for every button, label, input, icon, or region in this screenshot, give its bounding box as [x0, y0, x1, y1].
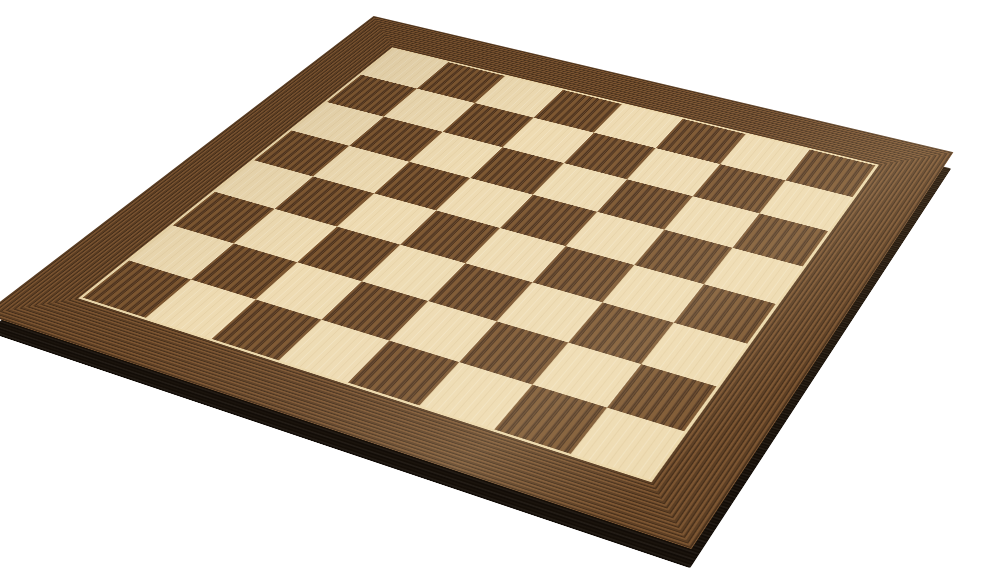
- square-a6: [292, 102, 384, 146]
- square-c5: [374, 162, 470, 211]
- square-c7: [443, 103, 534, 147]
- square-d5: [436, 178, 533, 228]
- square-a4: [215, 160, 313, 209]
- square-h7: [759, 180, 852, 230]
- square-a7: [327, 75, 417, 117]
- square-e6: [533, 163, 628, 212]
- square-e7: [564, 133, 656, 179]
- square-f7: [627, 148, 719, 196]
- square-f8: [656, 119, 745, 164]
- square-b7: [384, 89, 474, 132]
- square-d8: [533, 90, 622, 133]
- square-f6: [598, 179, 693, 229]
- square-b8: [417, 62, 505, 103]
- square-b6: [350, 117, 443, 162]
- product-photo-scene: [0, 0, 984, 585]
- square-a8: [361, 49, 448, 89]
- square-b5: [313, 146, 409, 193]
- chess-board: [0, 16, 954, 549]
- square-d6: [470, 147, 564, 195]
- square-c8: [474, 76, 562, 118]
- board-frame-top: [347, 16, 954, 179]
- chess-board-3d: [142, 0, 858, 585]
- square-b4: [275, 177, 374, 227]
- square-c6: [409, 132, 503, 178]
- square-g8: [720, 134, 810, 180]
- square-a5: [254, 130, 349, 176]
- square-e8: [594, 104, 683, 148]
- square-d7: [502, 118, 593, 163]
- square-g7: [693, 164, 786, 213]
